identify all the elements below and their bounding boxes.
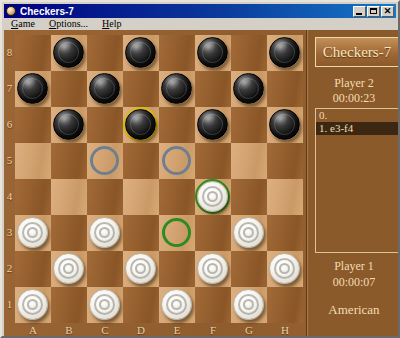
square-f3[interactable] bbox=[195, 215, 231, 251]
menu-help[interactable]: Help bbox=[95, 18, 128, 30]
black-piece-d8[interactable] bbox=[125, 37, 156, 68]
square-a2[interactable] bbox=[15, 251, 51, 287]
game-area: 87654321ABCDEFGH Checkers-7 Player 2 00:… bbox=[4, 30, 400, 338]
square-e2[interactable] bbox=[159, 251, 195, 287]
close-button[interactable]: ✕ bbox=[381, 6, 394, 17]
move-hint-circle bbox=[90, 146, 119, 175]
square-g4[interactable] bbox=[231, 179, 267, 215]
white-piece-e1[interactable] bbox=[161, 289, 192, 320]
square-c5[interactable] bbox=[87, 143, 123, 179]
rank-label-4: 4 bbox=[4, 190, 15, 202]
square-d2[interactable] bbox=[123, 251, 159, 287]
menu-options[interactable]: Options... bbox=[42, 18, 95, 30]
white-piece-d2[interactable] bbox=[125, 253, 156, 284]
rank-label-2: 2 bbox=[4, 262, 15, 274]
square-e6[interactable] bbox=[159, 107, 195, 143]
player2-name: Player 2 bbox=[307, 76, 400, 91]
rank-label-5: 5 bbox=[4, 154, 15, 166]
square-h2[interactable] bbox=[267, 251, 303, 287]
square-b8[interactable] bbox=[51, 35, 87, 71]
maximize-button[interactable] bbox=[367, 6, 380, 17]
square-d7[interactable] bbox=[123, 71, 159, 107]
player1-name: Player 1 bbox=[307, 259, 400, 274]
square-g5[interactable] bbox=[231, 143, 267, 179]
square-h7[interactable] bbox=[267, 71, 303, 107]
square-g7[interactable] bbox=[231, 71, 267, 107]
app-icon[interactable] bbox=[6, 6, 16, 16]
black-piece-f8[interactable] bbox=[197, 37, 228, 68]
black-piece-b8[interactable] bbox=[53, 37, 84, 68]
rank-label-7: 7 bbox=[4, 82, 15, 94]
white-piece-b2[interactable] bbox=[53, 253, 84, 284]
square-c6[interactable] bbox=[87, 107, 123, 143]
white-piece-g3[interactable] bbox=[233, 217, 264, 248]
square-a8[interactable] bbox=[15, 35, 51, 71]
square-f2[interactable] bbox=[195, 251, 231, 287]
rank-label-6: 6 bbox=[4, 118, 15, 130]
square-f5[interactable] bbox=[195, 143, 231, 179]
black-piece-e7[interactable] bbox=[161, 73, 192, 104]
file-label-H: H bbox=[267, 324, 303, 336]
white-piece-a1[interactable] bbox=[17, 289, 48, 320]
square-b6[interactable] bbox=[51, 107, 87, 143]
black-piece-h8[interactable] bbox=[269, 37, 300, 68]
square-g6[interactable] bbox=[231, 107, 267, 143]
square-c7[interactable] bbox=[87, 71, 123, 107]
square-a3[interactable] bbox=[15, 215, 51, 251]
square-b4[interactable] bbox=[51, 179, 87, 215]
square-f7[interactable] bbox=[195, 71, 231, 107]
black-piece-g7[interactable] bbox=[233, 73, 264, 104]
square-c1[interactable] bbox=[87, 287, 123, 323]
move-list-item[interactable]: 1. e3-f4 bbox=[316, 122, 398, 135]
square-d3[interactable] bbox=[123, 215, 159, 251]
maximize-icon bbox=[370, 8, 377, 14]
white-piece-a3[interactable] bbox=[17, 217, 48, 248]
black-piece-f6[interactable] bbox=[197, 109, 228, 140]
square-g2[interactable] bbox=[231, 251, 267, 287]
square-a4[interactable] bbox=[15, 179, 51, 215]
white-piece-c1[interactable] bbox=[89, 289, 120, 320]
player2-clock: 00:00:23 bbox=[307, 91, 400, 106]
square-a6[interactable] bbox=[15, 107, 51, 143]
square-h3[interactable] bbox=[267, 215, 303, 251]
move-hint-circle bbox=[162, 146, 191, 175]
white-piece-f4[interactable] bbox=[197, 181, 228, 212]
square-h5[interactable] bbox=[267, 143, 303, 179]
app-window: Checkers-7 ✕ Game Options... Help 876543… bbox=[0, 0, 400, 338]
square-e4[interactable] bbox=[159, 179, 195, 215]
white-piece-c3[interactable] bbox=[89, 217, 120, 248]
square-b7[interactable] bbox=[51, 71, 87, 107]
file-label-A: A bbox=[15, 324, 51, 336]
window-title: Checkers-7 bbox=[20, 6, 352, 17]
square-h8[interactable] bbox=[267, 35, 303, 71]
square-e8[interactable] bbox=[159, 35, 195, 71]
menu-game[interactable]: Game bbox=[4, 18, 42, 30]
panel-title-box: Checkers-7 bbox=[315, 37, 399, 67]
player1-clock: 00:00:07 bbox=[307, 275, 400, 290]
file-label-C: C bbox=[87, 324, 123, 336]
square-b3[interactable] bbox=[51, 215, 87, 251]
square-f6[interactable] bbox=[195, 107, 231, 143]
square-d5[interactable] bbox=[123, 143, 159, 179]
square-f1[interactable] bbox=[195, 287, 231, 323]
square-h4[interactable] bbox=[267, 179, 303, 215]
square-e1[interactable] bbox=[159, 287, 195, 323]
square-d6[interactable] bbox=[123, 107, 159, 143]
file-label-F: F bbox=[195, 324, 231, 336]
menu-bar: Game Options... Help bbox=[4, 18, 400, 30]
panel-title: Checkers-7 bbox=[323, 44, 391, 61]
square-e3[interactable] bbox=[159, 215, 195, 251]
square-h1[interactable] bbox=[267, 287, 303, 323]
square-c2[interactable] bbox=[87, 251, 123, 287]
file-label-E: E bbox=[159, 324, 195, 336]
square-d4[interactable] bbox=[123, 179, 159, 215]
square-c4[interactable] bbox=[87, 179, 123, 215]
rank-label-8: 8 bbox=[4, 46, 15, 58]
white-piece-g1[interactable] bbox=[233, 289, 264, 320]
title-bar[interactable]: Checkers-7 ✕ bbox=[4, 4, 396, 18]
square-g8[interactable] bbox=[231, 35, 267, 71]
square-b1[interactable] bbox=[51, 287, 87, 323]
black-piece-d6[interactable] bbox=[125, 109, 156, 140]
square-a1[interactable] bbox=[15, 287, 51, 323]
side-panel: Checkers-7 Player 2 00:00:23 0.1. e3-f4 … bbox=[306, 30, 400, 338]
square-d8[interactable] bbox=[123, 35, 159, 71]
square-g3[interactable] bbox=[231, 215, 267, 251]
last-move-from-circle bbox=[162, 218, 191, 247]
white-piece-h2[interactable] bbox=[269, 253, 300, 284]
square-c3[interactable] bbox=[87, 215, 123, 251]
move-list-item[interactable]: 0. bbox=[316, 109, 398, 122]
square-f4[interactable] bbox=[195, 179, 231, 215]
square-g1[interactable] bbox=[231, 287, 267, 323]
black-piece-h6[interactable] bbox=[269, 109, 300, 140]
white-piece-f2[interactable] bbox=[197, 253, 228, 284]
variant-label: American bbox=[307, 302, 400, 318]
square-a7[interactable] bbox=[15, 71, 51, 107]
square-a5[interactable] bbox=[15, 143, 51, 179]
minimize-button[interactable] bbox=[353, 6, 366, 17]
file-label-D: D bbox=[123, 324, 159, 336]
rank-label-1: 1 bbox=[4, 298, 15, 310]
square-e5[interactable] bbox=[159, 143, 195, 179]
move-list[interactable]: 0.1. e3-f4 bbox=[315, 108, 399, 253]
square-e7[interactable] bbox=[159, 71, 195, 107]
square-h6[interactable] bbox=[267, 107, 303, 143]
file-label-B: B bbox=[51, 324, 87, 336]
rank-label-3: 3 bbox=[4, 226, 15, 238]
file-label-G: G bbox=[231, 324, 267, 336]
close-icon: ✕ bbox=[382, 6, 393, 17]
square-d1[interactable] bbox=[123, 287, 159, 323]
black-piece-c7[interactable] bbox=[89, 73, 120, 104]
black-piece-a7[interactable] bbox=[17, 73, 48, 104]
minimize-icon bbox=[356, 13, 362, 15]
square-c8[interactable] bbox=[87, 35, 123, 71]
square-b5[interactable] bbox=[51, 143, 87, 179]
square-f8[interactable] bbox=[195, 35, 231, 71]
black-piece-b6[interactable] bbox=[53, 109, 84, 140]
square-b2[interactable] bbox=[51, 251, 87, 287]
